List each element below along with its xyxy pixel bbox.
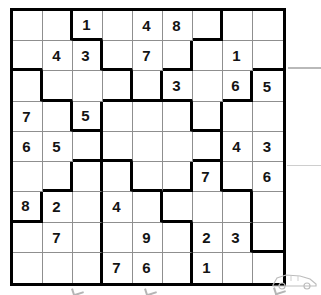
cell-r3c3[interactable] xyxy=(73,71,103,101)
cell-r2c4[interactable] xyxy=(103,41,133,71)
cell-r4c9[interactable] xyxy=(253,102,283,132)
cell-r5c2[interactable]: 5 xyxy=(43,132,73,162)
cell-r6c9[interactable]: 6 xyxy=(253,162,283,192)
cell-r1c7[interactable] xyxy=(193,11,223,41)
cell-r4c3[interactable]: 5 xyxy=(73,102,103,132)
cell-r3c2[interactable] xyxy=(43,71,73,101)
cell-r5c3[interactable] xyxy=(73,132,103,162)
cell-r7c9[interactable] xyxy=(253,192,283,222)
cell-r1c2[interactable] xyxy=(43,11,73,41)
sudoku-board: 1484371365756543768247923761 xyxy=(10,8,286,286)
cell-r5c5[interactable] xyxy=(133,132,163,162)
cell-r3c5[interactable] xyxy=(133,71,163,101)
cell-r1c1[interactable] xyxy=(13,11,43,41)
cell-r3c8[interactable]: 6 xyxy=(223,71,253,101)
cell-r7c6[interactable] xyxy=(163,192,193,222)
cell-r7c4[interactable]: 4 xyxy=(103,192,133,222)
cell-r5c4[interactable] xyxy=(103,132,133,162)
cell-r4c4[interactable] xyxy=(103,102,133,132)
cell-r7c8[interactable] xyxy=(223,192,253,222)
cell-r9c1[interactable] xyxy=(13,253,43,283)
cell-r3c7[interactable] xyxy=(193,71,223,101)
cell-r8c3[interactable] xyxy=(73,223,103,253)
cell-r9c6[interactable] xyxy=(163,253,193,283)
cell-r5c7[interactable] xyxy=(193,132,223,162)
cell-r7c2[interactable]: 2 xyxy=(43,192,73,222)
cell-r4c1[interactable]: 7 xyxy=(13,102,43,132)
cell-r4c8[interactable] xyxy=(223,102,253,132)
cell-r6c2[interactable] xyxy=(43,162,73,192)
cell-r2c9[interactable] xyxy=(253,41,283,71)
watermark-line-icon xyxy=(287,165,321,166)
cell-r9c3[interactable] xyxy=(73,253,103,283)
cell-r3c1[interactable] xyxy=(13,71,43,101)
crop-mark-icon xyxy=(144,285,157,295)
cell-r6c1[interactable] xyxy=(13,162,43,192)
cell-r7c1[interactable]: 8 xyxy=(13,192,43,222)
cell-r6c6[interactable] xyxy=(163,162,193,192)
cell-r3c9[interactable]: 5 xyxy=(253,71,283,101)
cell-r2c6[interactable] xyxy=(163,41,193,71)
puzzle-canvas: 1484371365756543768247923761 xyxy=(0,0,321,295)
cell-r5c8[interactable]: 4 xyxy=(223,132,253,162)
cell-r1c5[interactable]: 4 xyxy=(133,11,163,41)
cell-r4c7[interactable] xyxy=(193,102,223,132)
cell-r5c9[interactable]: 3 xyxy=(253,132,283,162)
cell-r2c8[interactable]: 1 xyxy=(223,41,253,71)
cell-r5c1[interactable]: 6 xyxy=(13,132,43,162)
cell-r6c4[interactable] xyxy=(103,162,133,192)
cell-r4c6[interactable] xyxy=(163,102,193,132)
cell-r3c4[interactable] xyxy=(103,71,133,101)
car-sketch-icon xyxy=(271,269,319,291)
cell-r8c6[interactable] xyxy=(163,223,193,253)
cell-r7c7[interactable] xyxy=(193,192,223,222)
cell-r9c5[interactable]: 6 xyxy=(133,253,163,283)
cell-r3c6[interactable]: 3 xyxy=(163,71,193,101)
cell-r2c3[interactable]: 3 xyxy=(73,41,103,71)
cell-r7c3[interactable] xyxy=(73,192,103,222)
cell-r2c7[interactable] xyxy=(193,41,223,71)
cell-r9c7[interactable]: 1 xyxy=(193,253,223,283)
cell-r1c3[interactable]: 1 xyxy=(73,11,103,41)
cell-r4c2[interactable] xyxy=(43,102,73,132)
cell-r8c5[interactable]: 9 xyxy=(133,223,163,253)
cell-r2c5[interactable]: 7 xyxy=(133,41,163,71)
cell-r1c6[interactable]: 8 xyxy=(163,11,193,41)
cell-r8c1[interactable] xyxy=(13,223,43,253)
cell-r8c4[interactable] xyxy=(103,223,133,253)
watermark-line-icon xyxy=(288,67,321,69)
cell-r8c7[interactable]: 2 xyxy=(193,223,223,253)
cell-r2c2[interactable]: 4 xyxy=(43,41,73,71)
cell-r6c8[interactable] xyxy=(223,162,253,192)
cell-r9c4[interactable]: 7 xyxy=(103,253,133,283)
cell-r1c4[interactable] xyxy=(103,11,133,41)
cell-r8c9[interactable] xyxy=(253,223,283,253)
cell-r8c2[interactable]: 7 xyxy=(43,223,73,253)
cell-r5c6[interactable] xyxy=(163,132,193,162)
cell-r9c2[interactable] xyxy=(43,253,73,283)
cell-r8c8[interactable]: 3 xyxy=(223,223,253,253)
cell-r4c5[interactable] xyxy=(133,102,163,132)
cell-r1c9[interactable] xyxy=(253,11,283,41)
cell-r9c8[interactable] xyxy=(223,253,253,283)
cell-r6c7[interactable]: 7 xyxy=(193,162,223,192)
cell-r2c1[interactable] xyxy=(13,41,43,71)
cell-r6c5[interactable] xyxy=(133,162,163,192)
cell-r1c8[interactable] xyxy=(223,11,253,41)
cell-r7c5[interactable] xyxy=(133,192,163,222)
cell-r6c3[interactable] xyxy=(73,162,103,192)
crop-mark-icon xyxy=(71,285,84,295)
